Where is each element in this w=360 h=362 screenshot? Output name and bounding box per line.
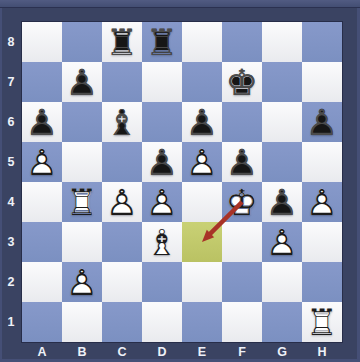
square-a6[interactable]: ♟♙ xyxy=(22,102,62,142)
square-e5[interactable]: ♟♙ xyxy=(182,142,222,182)
square-e2[interactable] xyxy=(182,262,222,302)
square-a3[interactable] xyxy=(22,222,62,262)
piece-outline-glyph: ♙ xyxy=(102,182,142,222)
square-e6[interactable]: ♟♙ xyxy=(182,102,222,142)
white-rook[interactable]: ♜♖ xyxy=(62,182,102,222)
white-rook[interactable]: ♜♖ xyxy=(302,302,342,342)
piece-outline-glyph: ♔ xyxy=(222,62,262,102)
square-d7[interactable] xyxy=(142,62,182,102)
square-c2[interactable] xyxy=(102,262,142,302)
square-d1[interactable] xyxy=(142,302,182,342)
square-a2[interactable] xyxy=(22,262,62,302)
white-king[interactable]: ♚♔ xyxy=(222,182,262,222)
black-pawn[interactable]: ♟♙ xyxy=(302,102,342,142)
black-pawn[interactable]: ♟♙ xyxy=(222,142,262,182)
square-h5[interactable] xyxy=(302,142,342,182)
square-d3[interactable]: ♝♗ xyxy=(142,222,182,262)
white-pawn[interactable]: ♟♙ xyxy=(302,182,342,222)
file-label-b: B xyxy=(62,343,102,360)
square-e7[interactable] xyxy=(182,62,222,102)
square-d8[interactable]: ♜♖ xyxy=(142,22,182,62)
white-pawn[interactable]: ♟♙ xyxy=(182,142,222,182)
piece-outline-glyph: ♙ xyxy=(142,142,182,182)
white-pawn[interactable]: ♟♙ xyxy=(262,222,302,262)
square-f8[interactable] xyxy=(222,22,262,62)
black-bishop[interactable]: ♝♗ xyxy=(102,102,142,142)
piece-outline-glyph: ♙ xyxy=(302,102,342,142)
square-c3[interactable] xyxy=(102,222,142,262)
rank-label-1: 1 xyxy=(2,302,20,342)
rank-label-7: 7 xyxy=(2,62,20,102)
square-c1[interactable] xyxy=(102,302,142,342)
black-pawn[interactable]: ♟♙ xyxy=(182,102,222,142)
chess-board-panel: ♜♖♜♖♟♙♚♔♟♙♝♗♟♙♟♙♟♙♟♙♟♙♟♙♜♖♟♙♟♙♚♔♟♙♟♙♝♗♟♙… xyxy=(0,0,360,362)
square-b5[interactable] xyxy=(62,142,102,182)
piece-outline-glyph: ♙ xyxy=(62,262,102,302)
rank-label-5: 5 xyxy=(2,142,20,182)
square-b4[interactable]: ♜♖ xyxy=(62,182,102,222)
square-g6[interactable] xyxy=(262,102,302,142)
square-f1[interactable] xyxy=(222,302,262,342)
piece-outline-glyph: ♙ xyxy=(182,142,222,182)
square-g3[interactable]: ♟♙ xyxy=(262,222,302,262)
square-c8[interactable]: ♜♖ xyxy=(102,22,142,62)
square-b3[interactable] xyxy=(62,222,102,262)
file-label-g: G xyxy=(262,343,302,360)
black-rook[interactable]: ♜♖ xyxy=(142,22,182,62)
black-king[interactable]: ♚♔ xyxy=(222,62,262,102)
piece-outline-glyph: ♙ xyxy=(222,142,262,182)
rank-label-3: 3 xyxy=(2,222,20,262)
square-h7[interactable] xyxy=(302,62,342,102)
black-pawn[interactable]: ♟♙ xyxy=(262,182,302,222)
square-d4[interactable]: ♟♙ xyxy=(142,182,182,222)
black-rook[interactable]: ♜♖ xyxy=(102,22,142,62)
piece-outline-glyph: ♖ xyxy=(62,182,102,222)
square-e3[interactable] xyxy=(182,222,222,262)
piece-outline-glyph: ♙ xyxy=(262,222,302,262)
file-label-c: C xyxy=(102,343,142,360)
piece-outline-glyph: ♖ xyxy=(302,302,342,342)
file-label-h: H xyxy=(302,343,342,360)
square-a7[interactable] xyxy=(22,62,62,102)
black-pawn[interactable]: ♟♙ xyxy=(142,142,182,182)
square-g8[interactable] xyxy=(262,22,302,62)
square-b7[interactable]: ♟♙ xyxy=(62,62,102,102)
square-h4[interactable]: ♟♙ xyxy=(302,182,342,222)
square-c6[interactable]: ♝♗ xyxy=(102,102,142,142)
white-pawn[interactable]: ♟♙ xyxy=(62,262,102,302)
square-e1[interactable] xyxy=(182,302,222,342)
square-f5[interactable]: ♟♙ xyxy=(222,142,262,182)
white-pawn[interactable]: ♟♙ xyxy=(22,142,62,182)
piece-outline-glyph: ♙ xyxy=(62,62,102,102)
black-pawn[interactable]: ♟♙ xyxy=(22,102,62,142)
piece-outline-glyph: ♙ xyxy=(22,102,62,142)
white-pawn[interactable]: ♟♙ xyxy=(142,182,182,222)
square-a8[interactable] xyxy=(22,22,62,62)
square-e4[interactable] xyxy=(182,182,222,222)
rank-label-2: 2 xyxy=(2,262,20,302)
square-d6[interactable] xyxy=(142,102,182,142)
square-g7[interactable] xyxy=(262,62,302,102)
rank-label-6: 6 xyxy=(2,102,20,142)
square-e8[interactable] xyxy=(182,22,222,62)
square-d2[interactable] xyxy=(142,262,182,302)
chess-board: ♜♖♜♖♟♙♚♔♟♙♝♗♟♙♟♙♟♙♟♙♟♙♟♙♜♖♟♙♟♙♚♔♟♙♟♙♝♗♟♙… xyxy=(22,22,342,342)
rank-label-8: 8 xyxy=(2,22,20,62)
square-f7[interactable]: ♚♔ xyxy=(222,62,262,102)
square-b1[interactable] xyxy=(62,302,102,342)
white-bishop[interactable]: ♝♗ xyxy=(142,222,182,262)
square-h6[interactable]: ♟♙ xyxy=(302,102,342,142)
square-f6[interactable] xyxy=(222,102,262,142)
square-h3[interactable] xyxy=(302,222,342,262)
square-c4[interactable]: ♟♙ xyxy=(102,182,142,222)
panel-top-bevel xyxy=(0,0,360,8)
file-label-e: E xyxy=(182,343,222,360)
square-a1[interactable] xyxy=(22,302,62,342)
piece-outline-glyph: ♗ xyxy=(102,102,142,142)
square-f4[interactable]: ♚♔ xyxy=(222,182,262,222)
square-a5[interactable]: ♟♙ xyxy=(22,142,62,182)
piece-outline-glyph: ♙ xyxy=(182,102,222,142)
piece-outline-glyph: ♙ xyxy=(262,182,302,222)
square-f2[interactable] xyxy=(222,262,262,302)
square-g4[interactable]: ♟♙ xyxy=(262,182,302,222)
piece-outline-glyph: ♗ xyxy=(142,222,182,262)
square-f3[interactable] xyxy=(222,222,262,262)
square-g5[interactable] xyxy=(262,142,302,182)
square-b2[interactable]: ♟♙ xyxy=(62,262,102,302)
file-label-d: D xyxy=(142,343,182,360)
piece-outline-glyph: ♙ xyxy=(302,182,342,222)
piece-outline-glyph: ♔ xyxy=(222,182,262,222)
rank-label-4: 4 xyxy=(2,182,20,222)
square-g1[interactable] xyxy=(262,302,302,342)
square-c5[interactable] xyxy=(102,142,142,182)
square-h8[interactable] xyxy=(302,22,342,62)
piece-outline-glyph: ♖ xyxy=(102,22,142,62)
file-label-f: F xyxy=(222,343,262,360)
square-h2[interactable] xyxy=(302,262,342,302)
piece-outline-glyph: ♖ xyxy=(142,22,182,62)
black-pawn[interactable]: ♟♙ xyxy=(62,62,102,102)
square-c7[interactable] xyxy=(102,62,142,102)
white-pawn[interactable]: ♟♙ xyxy=(102,182,142,222)
piece-outline-glyph: ♙ xyxy=(22,142,62,182)
square-d5[interactable]: ♟♙ xyxy=(142,142,182,182)
file-label-a: A xyxy=(22,343,62,360)
piece-outline-glyph: ♙ xyxy=(142,182,182,222)
square-b8[interactable] xyxy=(62,22,102,62)
square-a4[interactable] xyxy=(22,182,62,222)
square-g2[interactable] xyxy=(262,262,302,302)
square-h1[interactable]: ♜♖ xyxy=(302,302,342,342)
square-b6[interactable] xyxy=(62,102,102,142)
